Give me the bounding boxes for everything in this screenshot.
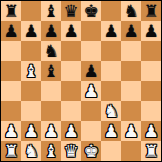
piece-white-pawn[interactable]: ♟: [103, 121, 118, 141]
piece-black-rook[interactable]: ♜: [3, 1, 18, 21]
square-e4[interactable]: ♟: [81, 81, 101, 101]
square-e8[interactable]: ♚: [81, 1, 101, 21]
square-d3[interactable]: [61, 101, 81, 121]
square-e2[interactable]: [81, 121, 101, 141]
square-g1[interactable]: [121, 141, 141, 161]
piece-white-rook[interactable]: ♜: [143, 141, 158, 161]
square-d7[interactable]: ♟: [61, 21, 81, 41]
piece-black-king[interactable]: ♚: [83, 1, 98, 21]
piece-black-knight[interactable]: ♞: [43, 41, 58, 61]
square-a3[interactable]: [1, 101, 21, 121]
square-e6[interactable]: [81, 41, 101, 61]
square-a4[interactable]: [1, 81, 21, 101]
piece-black-pawn[interactable]: ♟: [143, 21, 158, 41]
square-g8[interactable]: ♞: [121, 1, 141, 21]
square-b1[interactable]: ♞: [21, 141, 41, 161]
piece-white-knight[interactable]: ♞: [23, 141, 38, 161]
piece-white-queen[interactable]: ♛: [63, 141, 78, 161]
square-b8[interactable]: [21, 1, 41, 21]
square-f8[interactable]: [101, 1, 121, 21]
square-c5[interactable]: ♝: [41, 61, 61, 81]
square-c7[interactable]: ♟: [41, 21, 61, 41]
square-e3[interactable]: [81, 101, 101, 121]
square-g3[interactable]: [121, 101, 141, 121]
square-f2[interactable]: ♟: [101, 121, 121, 141]
square-b3[interactable]: [21, 101, 41, 121]
square-c2[interactable]: ♟: [41, 121, 61, 141]
square-h3[interactable]: [141, 101, 161, 121]
square-g7[interactable]: ♟: [121, 21, 141, 41]
piece-white-pawn[interactable]: ♟: [143, 121, 158, 141]
square-c1[interactable]: ♝: [41, 141, 61, 161]
square-e5[interactable]: ♟: [81, 61, 101, 81]
square-b5[interactable]: ♝: [21, 61, 41, 81]
piece-black-bishop[interactable]: ♝: [43, 1, 58, 21]
piece-black-pawn[interactable]: ♟: [123, 21, 138, 41]
piece-white-pawn[interactable]: ♟: [43, 121, 58, 141]
square-b2[interactable]: ♟: [21, 121, 41, 141]
piece-white-rook[interactable]: ♜: [3, 141, 18, 161]
square-d6[interactable]: [61, 41, 81, 61]
square-h8[interactable]: ♜: [141, 1, 161, 21]
square-g5[interactable]: [121, 61, 141, 81]
square-f3[interactable]: ♞: [101, 101, 121, 121]
square-a6[interactable]: [1, 41, 21, 61]
square-h7[interactable]: ♟: [141, 21, 161, 41]
piece-black-pawn[interactable]: ♟: [43, 21, 58, 41]
square-h4[interactable]: [141, 81, 161, 101]
piece-white-pawn[interactable]: ♟: [63, 121, 78, 141]
square-c4[interactable]: [41, 81, 61, 101]
square-a7[interactable]: ♟: [1, 21, 21, 41]
square-d2[interactable]: ♟: [61, 121, 81, 141]
piece-black-rook[interactable]: ♜: [143, 1, 158, 21]
square-f5[interactable]: [101, 61, 121, 81]
square-b4[interactable]: [21, 81, 41, 101]
square-c3[interactable]: [41, 101, 61, 121]
square-d5[interactable]: [61, 61, 81, 81]
square-b6[interactable]: [21, 41, 41, 61]
square-d4[interactable]: [61, 81, 81, 101]
square-g4[interactable]: [121, 81, 141, 101]
square-b7[interactable]: ♟: [21, 21, 41, 41]
square-h2[interactable]: ♟: [141, 121, 161, 141]
chess-board: ♜♝♛♚♞♜♟♟♟♟♟♟♟♞♝♝♟♟♞♟♟♟♟♟♟♟♜♞♝♛♚♜: [0, 0, 162, 162]
piece-white-pawn[interactable]: ♟: [83, 81, 98, 101]
piece-white-king[interactable]: ♚: [83, 141, 98, 161]
square-a5[interactable]: [1, 61, 21, 81]
piece-black-pawn[interactable]: ♟: [83, 61, 98, 81]
piece-white-bishop[interactable]: ♝: [23, 61, 38, 81]
piece-black-queen[interactable]: ♛: [63, 1, 78, 21]
piece-black-knight[interactable]: ♞: [123, 1, 138, 21]
piece-white-knight[interactable]: ♞: [103, 101, 118, 121]
square-f7[interactable]: ♟: [101, 21, 121, 41]
square-e1[interactable]: ♚: [81, 141, 101, 161]
piece-black-pawn[interactable]: ♟: [23, 21, 38, 41]
square-h5[interactable]: [141, 61, 161, 81]
square-g2[interactable]: ♟: [121, 121, 141, 141]
piece-white-pawn[interactable]: ♟: [23, 121, 38, 141]
piece-white-pawn[interactable]: ♟: [3, 121, 18, 141]
square-a2[interactable]: ♟: [1, 121, 21, 141]
square-g6[interactable]: [121, 41, 141, 61]
piece-white-pawn[interactable]: ♟: [123, 121, 138, 141]
piece-black-pawn[interactable]: ♟: [63, 21, 78, 41]
square-c8[interactable]: ♝: [41, 1, 61, 21]
square-a1[interactable]: ♜: [1, 141, 21, 161]
square-d1[interactable]: ♛: [61, 141, 81, 161]
square-h6[interactable]: [141, 41, 161, 61]
square-d8[interactable]: ♛: [61, 1, 81, 21]
piece-black-pawn[interactable]: ♟: [103, 21, 118, 41]
square-f1[interactable]: [101, 141, 121, 161]
square-e7[interactable]: [81, 21, 101, 41]
square-h1[interactable]: ♜: [141, 141, 161, 161]
square-c6[interactable]: ♞: [41, 41, 61, 61]
square-f4[interactable]: [101, 81, 121, 101]
piece-white-bishop[interactable]: ♝: [43, 141, 58, 161]
piece-black-bishop[interactable]: ♝: [43, 61, 58, 81]
piece-black-pawn[interactable]: ♟: [3, 21, 18, 41]
square-f6[interactable]: [101, 41, 121, 61]
square-a8[interactable]: ♜: [1, 1, 21, 21]
